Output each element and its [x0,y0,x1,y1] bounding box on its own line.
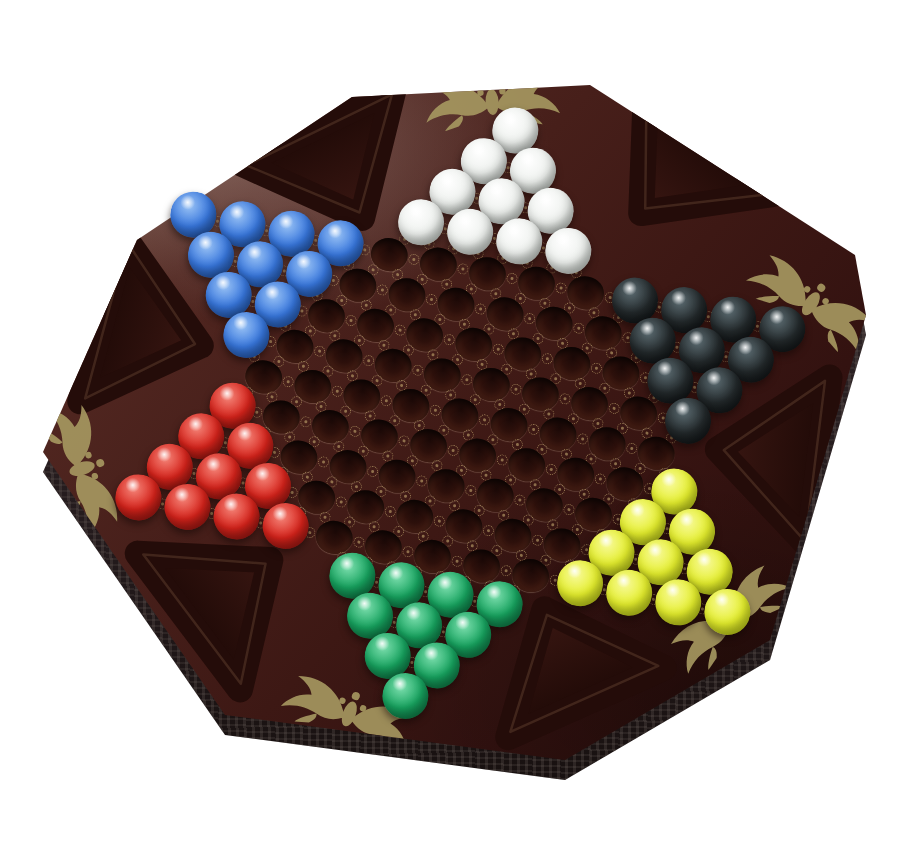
board-cell [194,236,225,276]
board-hole[interactable] [313,518,356,557]
board-cell [520,263,551,303]
rosette-decoration-icon [446,444,459,457]
board-cell [717,301,748,341]
board-cell [399,496,430,536]
board-cell [516,152,547,192]
board-cell [265,397,296,437]
board-cell [230,317,261,357]
board-cell [216,387,247,427]
rosette-decoration-icon [281,375,294,388]
board-cell [412,426,443,466]
board-cell [202,458,233,498]
board-cell [654,362,685,402]
rosette-decoration-icon [491,343,504,356]
board-cell [485,183,516,223]
rosette-decoration-icon [425,293,438,306]
rosette-decoration-icon [464,484,477,497]
board-cell [391,275,422,315]
board-cell [185,418,216,458]
board-cell [569,273,600,313]
board-cell [226,206,257,246]
board-cell [436,173,467,213]
board-cell [408,315,439,355]
board-cell [467,143,498,183]
board-cell [577,494,608,534]
rosette-decoration-icon [572,322,585,335]
board-cell [640,433,671,473]
board-cell [619,282,650,322]
rosette-decoration-icon [407,253,420,266]
board-cell [359,305,390,345]
rosette-decoration-icon [450,555,463,568]
rosette-decoration-icon [460,373,473,386]
board-cell [310,296,341,336]
board-cell [279,326,310,366]
board-cell [668,292,699,332]
rosette-decoration-icon [411,364,424,377]
board-cell [373,235,404,275]
board-cell [685,332,716,372]
board-cell [422,244,453,284]
board-cell [534,192,565,232]
board-cell [251,468,282,508]
rosette-decoration-icon [576,432,589,445]
board-cell [475,364,506,404]
rosette-decoration-icon [505,272,518,285]
board-cell [609,464,640,504]
board-cell [499,112,530,152]
rosette-decoration-icon [299,415,312,428]
board-cell [261,286,292,326]
board-cell [318,517,349,557]
rosette-decoration-icon [499,564,512,577]
board-cell [353,597,384,637]
board-cell [693,553,724,593]
rosette-decoration-icon [523,312,536,325]
board-cell [448,506,479,546]
board-cell [622,393,653,433]
board-cell [275,215,306,255]
rosette-decoration-icon [401,545,414,558]
board-cell [511,445,542,485]
board-cell [711,594,742,634]
board-cell [613,574,644,614]
board-cell [426,355,457,395]
board-cell [497,515,528,555]
rosette-decoration-icon [531,534,544,547]
board-cell [672,403,703,443]
board-cell [430,466,461,506]
rosette-decoration-icon [352,536,365,549]
board-cell [675,513,706,553]
rosette-decoration-icon [334,495,347,508]
board-cell [389,678,420,718]
rosette-decoration-icon [558,392,571,405]
board-cell [564,565,595,605]
star-grid [70,50,849,780]
rosette-decoration-icon [344,314,357,327]
rosette-decoration-icon [348,425,361,438]
board-cell [385,567,416,607]
board-cell [658,473,689,513]
board-cell [283,437,314,477]
board-cell [220,498,251,538]
board-cell [122,479,153,519]
rosette-decoration-icon [527,423,540,436]
board-cell [171,489,202,529]
board-cell [703,372,734,412]
rosette-decoration-icon [554,282,567,295]
board-cell [493,404,524,444]
board-cell [314,406,345,446]
rosette-decoration-icon [456,262,469,275]
board-cell [454,213,485,253]
board-cell [573,383,604,423]
board-cell [636,322,667,362]
rosette-decoration-icon [393,324,406,337]
board-cell [371,638,402,678]
rosette-decoration-icon [495,453,508,466]
product-photo-scene [0,0,900,858]
board-cell [452,617,483,657]
board-cell [212,277,243,317]
board-cell [471,254,502,294]
board-cell [420,647,451,687]
rosette-decoration-icon [432,515,445,528]
board-cell [458,324,489,364]
board-cell [177,196,208,236]
board-cell [440,284,471,324]
board-cell [405,204,436,244]
board-cell [367,527,398,567]
board-cell [381,456,412,496]
board-cell [244,246,275,286]
board-cell [538,303,569,343]
board-cell [507,334,538,374]
rosette-decoration-icon [544,463,557,476]
board-cell [434,576,465,616]
board-cell [766,311,797,351]
board-cell [234,427,265,467]
board-cell [734,341,765,381]
board-cell [595,534,626,574]
board-cell [328,336,359,376]
board-cell [524,374,555,414]
rosette-decoration-icon [442,333,455,346]
rosette-decoration-icon [383,505,396,518]
rosette-decoration-icon [415,474,428,487]
rosette-decoration-icon [478,413,491,426]
board-cell [542,414,573,454]
board-cell [336,557,367,597]
board-cell [444,395,475,435]
rosette-decoration-icon [607,402,620,415]
board-cell [395,385,426,425]
board-cell [552,233,583,273]
rosette-decoration-icon [317,455,330,468]
board-cell [416,536,447,576]
board-cell [377,345,408,385]
rosette-decoration-icon [509,383,522,396]
rosette-decoration-icon [379,394,392,407]
board-cell [587,313,618,353]
board-cell [346,376,377,416]
board-cell [153,448,184,488]
board-cell [483,586,514,626]
rosette-decoration-icon [593,473,606,486]
rosette-decoration-icon [513,494,526,507]
board-cell [300,477,331,517]
board-cell [297,366,328,406]
board-cell [644,544,675,584]
board-cell [605,353,636,393]
rosette-decoration-icon [362,354,375,367]
board-cell [324,225,355,265]
rosette-decoration-icon [482,524,495,537]
rosette-decoration-icon [540,352,553,365]
board-cell [332,447,363,487]
board-cell [461,435,492,475]
board-cell [269,508,300,548]
board-cell [528,485,559,525]
board-cell [293,256,324,296]
rosette-decoration-icon [589,362,602,375]
board-cell [350,487,381,527]
board-cell [626,504,657,544]
rosette-decoration-icon [366,465,379,478]
board-cell [465,546,496,586]
board-cell [556,343,587,383]
board-cell [403,607,434,647]
rosette-decoration-icon [474,303,487,316]
board-cell [560,454,591,494]
board-cell [489,294,520,334]
board-cell [363,416,394,456]
rosette-decoration-icon [625,442,638,455]
rosette-decoration-icon [397,434,410,447]
board-cell [514,555,545,595]
rosette-decoration-icon [375,283,388,296]
board-cell [503,223,534,263]
board-cell [591,424,622,464]
rosette-decoration-icon [429,404,442,417]
board-cell [662,584,693,624]
rosette-decoration-icon [562,503,575,516]
board-cell [247,357,278,397]
rosette-decoration-icon [330,385,343,398]
board-cell [479,475,510,515]
board-cell [546,525,577,565]
board-cell [342,265,373,305]
rosette-decoration-icon [313,345,326,358]
